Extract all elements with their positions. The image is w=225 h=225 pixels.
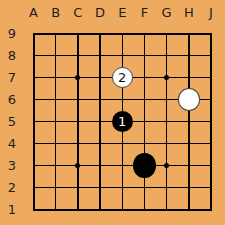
star-point-C7 (67, 67, 89, 89)
coord-label-col-B: B (45, 1, 67, 23)
coord-label-col-F: F (133, 1, 155, 23)
coord-label-col-H: H (178, 1, 200, 23)
coord-label-col-D: D (89, 1, 111, 23)
point-E5[interactable]: 1 (111, 111, 133, 133)
white-stone-E7[interactable]: 2 (112, 67, 133, 88)
point-E7[interactable]: 2 (111, 67, 133, 89)
star-dot (164, 75, 169, 80)
coord-label-row-1: 1 (0, 199, 24, 221)
coord-label-col-E: E (111, 1, 133, 23)
coord-label-row-7: 7 (0, 67, 24, 89)
point-F3[interactable] (133, 155, 155, 177)
coord-label-row-2: 2 (0, 177, 24, 199)
coord-label-col-C: C (67, 1, 89, 23)
coord-label-col-G: G (156, 1, 178, 23)
star-dot (164, 163, 169, 168)
column-labels: ABCDEFGHJ (22, 1, 222, 23)
stone-move-number: 2 (118, 71, 126, 84)
coord-label-row-3: 3 (0, 155, 24, 177)
coord-label-row-6: 6 (0, 89, 24, 111)
stone-move-number: 1 (118, 115, 126, 128)
star-dot (75, 75, 80, 80)
black-stone-E5[interactable]: 1 (112, 111, 133, 132)
coord-label-row-9: 9 (0, 23, 24, 45)
white-stone-H6[interactable] (178, 88, 200, 110)
star-dot (75, 163, 80, 168)
star-point-G7 (156, 67, 178, 89)
star-point-C3 (67, 155, 89, 177)
go-board-diagram: ABCDEFGHJ 987654321 21 (0, 0, 225, 225)
point-H6[interactable] (178, 89, 200, 111)
black-stone-F3[interactable] (133, 153, 155, 178)
coord-label-col-A: A (22, 1, 44, 23)
row-labels: 987654321 (0, 23, 24, 221)
coord-label-col-J: J (200, 1, 222, 23)
coord-label-row-4: 4 (0, 133, 24, 155)
coord-label-row-5: 5 (0, 111, 24, 133)
board-grid[interactable]: 21 (22, 23, 222, 221)
star-point-G3 (156, 155, 178, 177)
coord-label-row-8: 8 (0, 45, 24, 67)
